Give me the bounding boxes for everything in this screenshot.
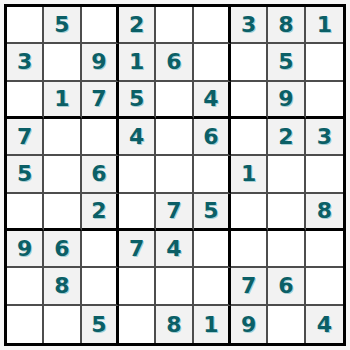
cell-r8c2-given: 8 (44, 268, 81, 305)
cell-r6c8-empty[interactable] (268, 194, 305, 231)
cell-r3c1-empty[interactable] (7, 82, 44, 119)
cell-r8c8-given: 6 (268, 268, 305, 305)
cell-r3c4-given: 5 (119, 82, 156, 119)
cell-r9c2-empty[interactable] (44, 306, 81, 343)
cell-r6c6-given: 5 (194, 194, 231, 231)
cell-r6c2-empty[interactable] (44, 194, 81, 231)
cell-r8c5-empty[interactable] (156, 268, 193, 305)
cell-r1c8-given: 8 (268, 7, 305, 44)
cell-r9c3-given: 5 (82, 306, 119, 343)
cell-r9c1-empty[interactable] (7, 306, 44, 343)
cell-r1c3-empty[interactable] (82, 7, 119, 44)
cell-r8c7-given: 7 (231, 268, 268, 305)
cell-r4c4-given: 4 (119, 119, 156, 156)
cell-r2c7-empty[interactable] (231, 44, 268, 81)
cell-r3c9-empty[interactable] (306, 82, 343, 119)
cell-r9c4-empty[interactable] (119, 306, 156, 343)
cell-r4c9-given: 3 (306, 119, 343, 156)
cell-r3c5-empty[interactable] (156, 82, 193, 119)
cell-r7c6-empty[interactable] (194, 231, 231, 268)
sudoku-board: 523813916517549746235612758967487658194 (4, 4, 346, 346)
cell-r5c7-given: 1 (231, 156, 268, 193)
cell-r1c6-empty[interactable] (194, 7, 231, 44)
cell-r7c8-empty[interactable] (268, 231, 305, 268)
cell-r8c9-empty[interactable] (306, 268, 343, 305)
cell-r4c5-empty[interactable] (156, 119, 193, 156)
cell-r6c7-empty[interactable] (231, 194, 268, 231)
cell-r1c1-empty[interactable] (7, 7, 44, 44)
cell-r7c2-given: 6 (44, 231, 81, 268)
cell-r2c1-given: 3 (7, 44, 44, 81)
cell-r1c4-given: 2 (119, 7, 156, 44)
cell-r4c3-empty[interactable] (82, 119, 119, 156)
cell-r5c2-empty[interactable] (44, 156, 81, 193)
cell-r7c7-empty[interactable] (231, 231, 268, 268)
cell-r4c6-given: 6 (194, 119, 231, 156)
page: 523813916517549746235612758967487658194 (0, 0, 350, 350)
cell-r5c6-empty[interactable] (194, 156, 231, 193)
cell-r9c5-given: 8 (156, 306, 193, 343)
cell-r4c8-given: 2 (268, 119, 305, 156)
cell-r2c2-empty[interactable] (44, 44, 81, 81)
cell-r7c9-empty[interactable] (306, 231, 343, 268)
cell-r8c3-empty[interactable] (82, 268, 119, 305)
cell-r6c3-given: 2 (82, 194, 119, 231)
cell-r6c9-given: 8 (306, 194, 343, 231)
cell-r2c9-empty[interactable] (306, 44, 343, 81)
cell-r7c4-given: 7 (119, 231, 156, 268)
cell-r5c1-given: 5 (7, 156, 44, 193)
cell-r5c9-empty[interactable] (306, 156, 343, 193)
cell-r2c4-given: 1 (119, 44, 156, 81)
cell-r2c6-empty[interactable] (194, 44, 231, 81)
cell-r1c5-empty[interactable] (156, 7, 193, 44)
cell-r5c5-empty[interactable] (156, 156, 193, 193)
cell-r6c5-given: 7 (156, 194, 193, 231)
cell-r9c6-given: 1 (194, 306, 231, 343)
cell-r9c9-given: 4 (306, 306, 343, 343)
cell-r8c1-empty[interactable] (7, 268, 44, 305)
cell-r7c1-given: 9 (7, 231, 44, 268)
cell-r7c5-given: 4 (156, 231, 193, 268)
cell-r5c8-empty[interactable] (268, 156, 305, 193)
cell-r1c7-given: 3 (231, 7, 268, 44)
cell-r9c7-given: 9 (231, 306, 268, 343)
cell-r3c6-given: 4 (194, 82, 231, 119)
cell-r2c3-given: 9 (82, 44, 119, 81)
cell-r4c7-empty[interactable] (231, 119, 268, 156)
cell-r6c1-empty[interactable] (7, 194, 44, 231)
cell-r1c9-given: 1 (306, 7, 343, 44)
cell-r4c1-given: 7 (7, 119, 44, 156)
cell-r1c2-given: 5 (44, 7, 81, 44)
cell-r7c3-empty[interactable] (82, 231, 119, 268)
cell-r3c7-empty[interactable] (231, 82, 268, 119)
cell-r2c8-given: 5 (268, 44, 305, 81)
cell-r3c8-given: 9 (268, 82, 305, 119)
cell-r2c5-given: 6 (156, 44, 193, 81)
cell-r8c6-empty[interactable] (194, 268, 231, 305)
cell-r8c4-empty[interactable] (119, 268, 156, 305)
cell-r9c8-empty[interactable] (268, 306, 305, 343)
cell-r6c4-empty[interactable] (119, 194, 156, 231)
cell-r5c3-given: 6 (82, 156, 119, 193)
cell-r3c2-given: 1 (44, 82, 81, 119)
cell-r4c2-empty[interactable] (44, 119, 81, 156)
cell-r5c4-empty[interactable] (119, 156, 156, 193)
cell-r3c3-given: 7 (82, 82, 119, 119)
